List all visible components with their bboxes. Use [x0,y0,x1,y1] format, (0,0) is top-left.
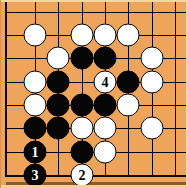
go-stone-white [94,141,117,164]
go-stone-black [47,94,70,117]
go-stone-white [117,24,140,47]
go-stone-white [71,24,94,47]
go-stone-black [71,94,94,117]
go-stone-white [141,117,164,140]
bevel-left-shade [0,0,1,188]
bevel-bottom-highlight [0,185,188,188]
go-stone-white [47,47,70,70]
go-stone-black [71,47,94,70]
bevel-right-highlight [186,0,188,188]
go-stone-white [94,117,117,140]
go-stone-black [47,117,70,140]
go-stone-black [117,71,140,94]
go-board-diagram: 4132 [0,0,188,188]
go-stone-black [94,94,117,117]
go-stone-black-1: 1 [24,141,47,164]
go-stone-white [94,24,117,47]
go-stone-white [24,24,47,47]
grid-vline [175,2,176,176]
grid-hline [7,12,188,13]
go-stone-white [24,94,47,117]
go-stone-white-4: 4 [94,71,117,94]
go-stone-black [94,47,117,70]
go-stone-white [24,71,47,94]
go-stone-white [71,117,94,140]
go-stone-white [117,94,140,117]
go-stone-black [24,117,47,140]
go-stone-black-3: 3 [24,164,47,187]
bevel-top-highlight [0,0,188,2]
go-stone-black [47,71,70,94]
go-stone-black [71,141,94,164]
go-stone-white [141,71,164,94]
go-stone-white-2: 2 [71,164,94,187]
go-stone-white [141,47,164,70]
